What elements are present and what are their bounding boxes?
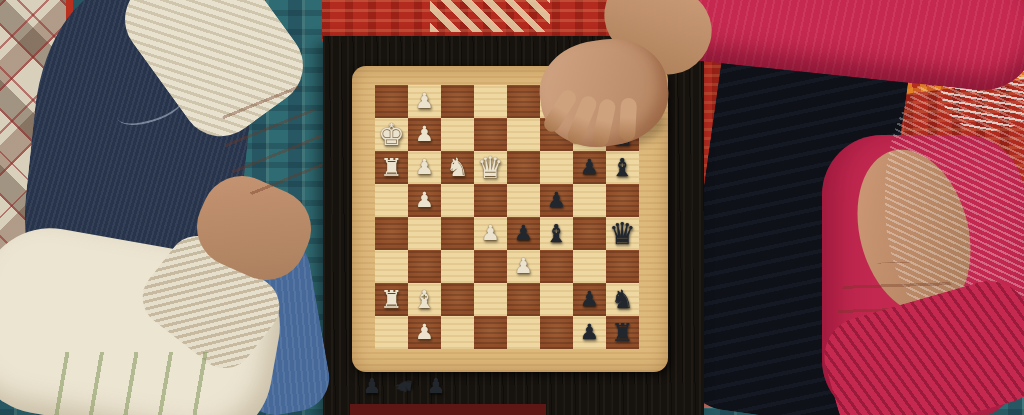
photo-scene: ♟♚♟♟♚♜♟♞♛♟♝♟♟♟♟♝♛♟♜♝♟♞♟♟♜ ♟♞♟ [0, 0, 1024, 415]
square-r6-c3[interactable] [441, 250, 474, 283]
square-r7-c1[interactable]: ♜ [375, 283, 408, 316]
square-r6-c1[interactable] [375, 250, 408, 283]
square-r5-c4[interactable]: ♟ [474, 217, 507, 250]
piece-white-pawn[interactable]: ♟ [415, 322, 434, 343]
square-r6-c2[interactable] [408, 250, 441, 283]
captured-pieces-tray: ♟♞♟ [363, 366, 523, 406]
reaching-finger [619, 98, 637, 142]
square-r8-c2[interactable]: ♟ [408, 316, 441, 349]
square-r6-c5[interactable]: ♟ [507, 250, 540, 283]
square-r1-c4[interactable] [474, 85, 507, 118]
square-r6-c6[interactable] [540, 250, 573, 283]
square-r4-c8[interactable] [606, 184, 639, 217]
square-r5-c5[interactable]: ♟ [507, 217, 540, 250]
piece-black-pawn[interactable]: ♟ [580, 289, 599, 310]
square-r6-c7[interactable] [573, 250, 606, 283]
square-r5-c2[interactable] [408, 217, 441, 250]
square-r3-c3[interactable]: ♞ [441, 151, 474, 184]
piece-black-rook[interactable]: ♜ [611, 320, 633, 345]
piece-black-pawn[interactable]: ♟ [547, 190, 566, 211]
piece-black-pawn[interactable]: ♟ [580, 322, 599, 343]
rug-maroon-edge-strip [350, 404, 546, 415]
square-r7-c3[interactable] [441, 283, 474, 316]
piece-white-rook[interactable]: ♜ [380, 287, 402, 312]
square-r1-c3[interactable] [441, 85, 474, 118]
square-r5-c3[interactable] [441, 217, 474, 250]
square-r1-c2[interactable]: ♟ [408, 85, 441, 118]
captured-black-pawn[interactable]: ♟ [363, 376, 381, 396]
square-r4-c6[interactable]: ♟ [540, 184, 573, 217]
square-r8-c6[interactable] [540, 316, 573, 349]
piece-black-bishop[interactable]: ♝ [545, 221, 567, 246]
square-r2-c1[interactable]: ♚ [375, 118, 408, 151]
square-r7-c4[interactable] [474, 283, 507, 316]
piece-white-pawn[interactable]: ♟ [415, 124, 434, 145]
square-r8-c4[interactable] [474, 316, 507, 349]
square-r2-c4[interactable] [474, 118, 507, 151]
square-r3-c4[interactable]: ♛ [474, 151, 507, 184]
square-r8-c1[interactable] [375, 316, 408, 349]
captured-black-pawn[interactable]: ♟ [427, 376, 445, 396]
square-r1-c5[interactable] [507, 85, 540, 118]
piece-white-rook[interactable]: ♜ [380, 155, 402, 180]
square-r7-c8[interactable]: ♞ [606, 283, 639, 316]
square-r4-c5[interactable] [507, 184, 540, 217]
square-r5-c1[interactable] [375, 217, 408, 250]
piece-black-bishop[interactable]: ♝ [611, 155, 633, 180]
square-r8-c7[interactable]: ♟ [573, 316, 606, 349]
piece-white-queen[interactable]: ♛ [477, 153, 504, 183]
square-r3-c2[interactable]: ♟ [408, 151, 441, 184]
square-r6-c8[interactable] [606, 250, 639, 283]
square-r7-c5[interactable] [507, 283, 540, 316]
square-r2-c5[interactable] [507, 118, 540, 151]
piece-black-pawn[interactable]: ♟ [514, 223, 533, 244]
square-r8-c3[interactable] [441, 316, 474, 349]
square-r1-c1[interactable] [375, 85, 408, 118]
piece-white-pawn[interactable]: ♟ [415, 91, 434, 112]
piece-white-pawn[interactable]: ♟ [514, 256, 533, 277]
captured-black-knight[interactable]: ♞ [393, 376, 415, 397]
square-r4-c7[interactable] [573, 184, 606, 217]
square-r8-c8[interactable]: ♜ [606, 316, 639, 349]
square-r3-c7[interactable]: ♟ [573, 151, 606, 184]
piece-white-bishop[interactable]: ♝ [413, 287, 435, 312]
square-r4-c2[interactable]: ♟ [408, 184, 441, 217]
square-r3-c5[interactable] [507, 151, 540, 184]
piece-black-pawn[interactable]: ♟ [580, 157, 599, 178]
square-r4-c3[interactable] [441, 184, 474, 217]
square-r2-c2[interactable]: ♟ [408, 118, 441, 151]
piece-white-pawn[interactable]: ♟ [481, 223, 500, 244]
square-r7-c7[interactable]: ♟ [573, 283, 606, 316]
piece-white-king[interactable]: ♚ [378, 120, 405, 150]
square-r3-c6[interactable] [540, 151, 573, 184]
square-r4-c1[interactable] [375, 184, 408, 217]
piece-white-pawn[interactable]: ♟ [415, 190, 434, 211]
piece-white-pawn[interactable]: ♟ [415, 157, 434, 178]
square-r7-c6[interactable] [540, 283, 573, 316]
square-r3-c8[interactable]: ♝ [606, 151, 639, 184]
piece-black-knight[interactable]: ♞ [611, 287, 633, 312]
square-r5-c7[interactable] [573, 217, 606, 250]
piece-white-knight[interactable]: ♞ [446, 155, 468, 180]
left-player-sweater-stripes [35, 352, 225, 415]
square-r4-c4[interactable] [474, 184, 507, 217]
square-r3-c1[interactable]: ♜ [375, 151, 408, 184]
square-r7-c2[interactable]: ♝ [408, 283, 441, 316]
piece-black-queen[interactable]: ♛ [609, 219, 636, 249]
square-r5-c8[interactable]: ♛ [606, 217, 639, 250]
square-r5-c6[interactable]: ♝ [540, 217, 573, 250]
square-r2-c3[interactable] [441, 118, 474, 151]
rug-cream-zigzag-motif [430, 0, 550, 32]
square-r6-c4[interactable] [474, 250, 507, 283]
square-r8-c5[interactable] [507, 316, 540, 349]
